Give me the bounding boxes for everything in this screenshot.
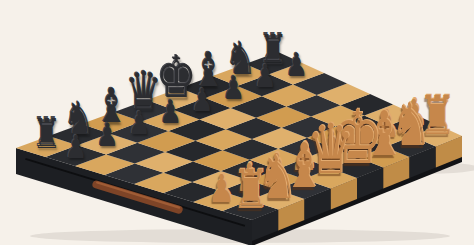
- chess-set-photo: ♜♟♞♟♝♟♚♟♛♟♝♟♟♞♜♟♟♜♞♟♟♝♟♚♟♛♟♝♟♞♟♜: [0, 0, 474, 245]
- chess-board: [0, 0, 474, 245]
